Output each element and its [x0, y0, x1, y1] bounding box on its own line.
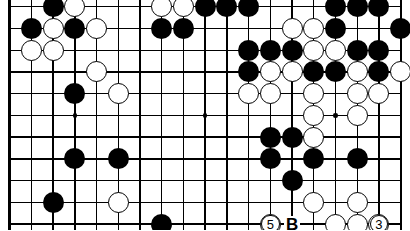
black-stone	[195, 0, 216, 17]
black-stone	[368, 61, 389, 82]
white-stone	[86, 18, 107, 39]
black-stone	[173, 18, 194, 39]
black-stone	[216, 0, 237, 17]
black-stone	[64, 148, 85, 169]
black-stone	[21, 18, 42, 39]
numbered-white-stone-5: 5	[261, 215, 280, 230]
white-stone	[303, 83, 324, 104]
go-board-diagram: 5B3	[0, 0, 410, 230]
black-stone	[108, 148, 129, 169]
numbered-white-stone-3: 3	[370, 215, 389, 230]
black-stone	[390, 18, 410, 39]
black-stone	[282, 127, 303, 148]
black-stone	[347, 0, 368, 17]
white-stone	[368, 83, 389, 104]
white-stone	[64, 0, 85, 17]
black-stone	[325, 18, 346, 39]
move-number: 5	[262, 216, 279, 230]
black-stone	[260, 40, 281, 61]
white-stone	[325, 214, 346, 231]
white-stone	[282, 18, 303, 39]
white-stone	[303, 18, 324, 39]
white-stone	[347, 214, 368, 231]
white-stone	[151, 0, 172, 17]
black-stone	[151, 18, 172, 39]
white-stone	[260, 83, 281, 104]
black-stone	[368, 0, 389, 17]
black-stone	[43, 0, 64, 17]
black-stone	[347, 40, 368, 61]
grid-line-horizontal	[8, 180, 401, 181]
black-stone	[238, 0, 259, 17]
black-stone	[282, 40, 303, 61]
black-stone	[303, 148, 324, 169]
black-stone	[260, 127, 281, 148]
white-stone	[347, 61, 368, 82]
black-stone	[347, 148, 368, 169]
black-stone	[64, 83, 85, 104]
white-stone	[173, 0, 194, 17]
white-stone	[303, 127, 324, 148]
white-stone	[108, 192, 129, 213]
black-stone	[238, 40, 259, 61]
black-stone	[43, 192, 64, 213]
white-stone	[108, 83, 129, 104]
white-stone	[282, 61, 303, 82]
move-number: 3	[371, 216, 388, 230]
star-point	[203, 113, 207, 117]
black-stone	[325, 61, 346, 82]
white-stone	[238, 83, 259, 104]
black-stone	[282, 170, 303, 191]
black-stone	[303, 61, 324, 82]
grid-line-horizontal	[8, 136, 401, 137]
black-stone	[151, 214, 172, 231]
white-stone	[390, 61, 410, 82]
white-stone	[43, 40, 64, 61]
black-stone	[64, 18, 85, 39]
white-stone	[260, 61, 281, 82]
white-stone	[325, 40, 346, 61]
white-stone	[303, 105, 324, 126]
point-letter-label: B	[284, 216, 300, 231]
grid-line-horizontal	[8, 202, 401, 203]
black-stone	[325, 0, 346, 17]
white-stone	[43, 18, 64, 39]
star-point	[333, 113, 337, 117]
white-stone	[347, 192, 368, 213]
white-stone	[347, 83, 368, 104]
black-stone	[260, 148, 281, 169]
black-stone	[368, 40, 389, 61]
white-stone	[303, 192, 324, 213]
white-stone	[303, 40, 324, 61]
star-point	[73, 113, 77, 117]
black-stone	[238, 61, 259, 82]
white-stone	[86, 61, 107, 82]
white-stone	[347, 105, 368, 126]
white-stone	[21, 40, 42, 61]
